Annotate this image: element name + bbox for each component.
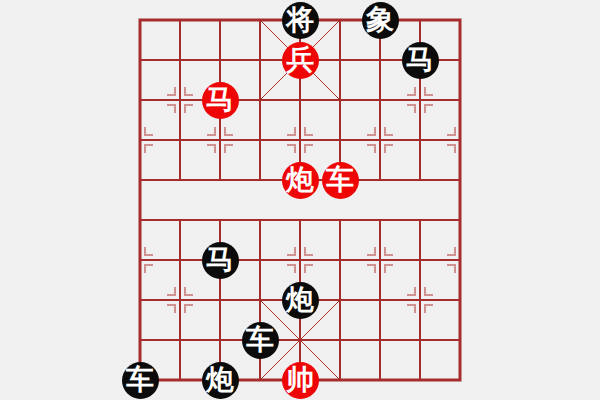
piece-red-general[interactable]: 帅 [282, 362, 319, 399]
piece-red-horse[interactable]: 马 [202, 82, 239, 119]
piece-black-horse[interactable]: 马 [402, 42, 439, 79]
piece-black-chariot[interactable]: 车 [122, 362, 159, 399]
piece-black-horse[interactable]: 马 [202, 242, 239, 279]
piece-layer[interactable]: 将象兵马马炮车马炮车车炮帅 [120, 0, 480, 400]
piece-black-cannon[interactable]: 炮 [282, 282, 319, 319]
piece-red-chariot[interactable]: 车 [322, 162, 359, 199]
piece-black-elephant[interactable]: 象 [362, 2, 399, 39]
piece-red-cannon[interactable]: 炮 [282, 162, 319, 199]
xiangqi-board-screen: 将象兵马马炮车马炮车车炮帅 [0, 0, 600, 400]
piece-black-general[interactable]: 将 [282, 2, 319, 39]
piece-black-chariot[interactable]: 车 [242, 322, 279, 359]
piece-red-soldier[interactable]: 兵 [282, 42, 319, 79]
piece-black-cannon[interactable]: 炮 [202, 362, 239, 399]
